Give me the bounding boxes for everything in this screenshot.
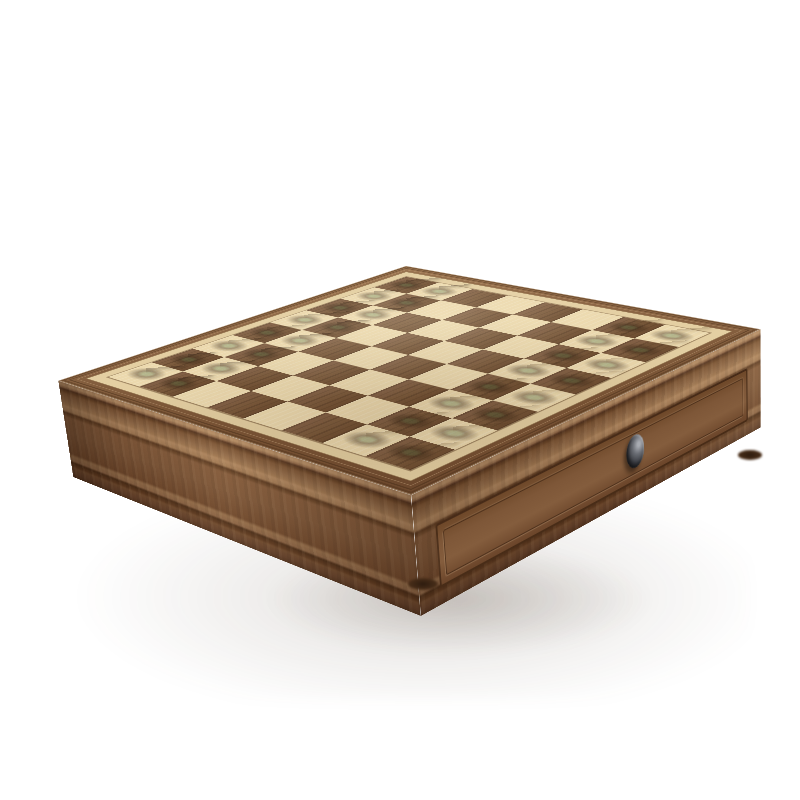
rook-glyph: ♜ xyxy=(326,301,484,474)
box-foot xyxy=(408,578,438,590)
chess-box: ♜♟♟♜♞♟♟♞♝♟♟♝♚♟♟♚♛♟♟♛♝♟♟♝♞♟♟♞♜♟♟♜ xyxy=(58,266,760,495)
product-photo-scene: ♜♟♟♜♞♟♟♞♝♟♟♝♚♟♟♚♛♟♟♛♝♟♟♝♞♟♟♞♜♟♟♜ xyxy=(0,0,800,800)
square-a1[interactable]: ♜ xyxy=(365,437,455,471)
pawn-glyph: ♟ xyxy=(119,278,228,398)
box-foot xyxy=(738,450,762,460)
